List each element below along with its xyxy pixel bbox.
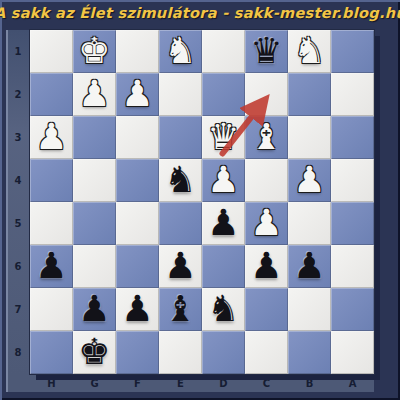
white-piece-B-c3[interactable]: ♝ [250,119,282,155]
square-b7[interactable] [288,288,331,331]
app-window: A sakk az Élet szimulátora - sakk-mester… [0,0,400,400]
rank-label-7: 7 [6,288,30,331]
square-e5[interactable] [159,202,202,245]
file-label-B: B [288,374,331,392]
file-label-C: C [245,374,288,392]
square-h2[interactable] [30,73,73,116]
square-e8[interactable] [159,331,202,374]
square-h4[interactable] [30,159,73,202]
black-piece-P-g7[interactable]: ♟ [78,291,110,327]
square-c4[interactable] [245,159,288,202]
file-label-G: G [73,374,116,392]
rank-label-5: 5 [6,202,30,245]
black-piece-P-c6[interactable]: ♟ [250,248,282,284]
square-b6[interactable]: ♟ [288,245,331,288]
white-piece-P-c5[interactable]: ♟ [250,205,282,241]
square-b3[interactable] [288,116,331,159]
rank-label-8: 8 [6,331,30,374]
black-piece-K-g8[interactable]: ♚ [78,334,110,370]
white-piece-N-b1[interactable]: ♞ [293,33,325,69]
square-g1[interactable]: ♚ [73,30,116,73]
white-piece-N-e1[interactable]: ♞ [164,33,196,69]
square-h6[interactable]: ♟ [30,245,73,288]
square-h8[interactable] [30,331,73,374]
square-d2[interactable] [202,73,245,116]
black-piece-P-f7[interactable]: ♟ [121,291,153,327]
square-h1[interactable] [30,30,73,73]
square-f4[interactable] [116,159,159,202]
square-b8[interactable] [288,331,331,374]
square-f8[interactable] [116,331,159,374]
square-f3[interactable] [116,116,159,159]
black-piece-P-d5[interactable]: ♟ [207,205,239,241]
square-c7[interactable] [245,288,288,331]
square-d3[interactable]: ♛ [202,116,245,159]
black-piece-P-b6[interactable]: ♟ [293,248,325,284]
square-a3[interactable] [331,116,374,159]
black-piece-N-d7[interactable]: ♞ [207,291,239,327]
board-corner [6,374,30,392]
square-e2[interactable] [159,73,202,116]
square-g8[interactable]: ♚ [73,331,116,374]
square-d5[interactable]: ♟ [202,202,245,245]
square-g6[interactable] [73,245,116,288]
square-d6[interactable] [202,245,245,288]
square-f6[interactable] [116,245,159,288]
square-e6[interactable]: ♟ [159,245,202,288]
chess-board: ♚♞♛♞♟♟♟♛♝♞♟♟♟♟♟♟♟♟♟♟♝♞♚ [30,30,374,374]
square-e3[interactable] [159,116,202,159]
white-piece-P-h3[interactable]: ♟ [35,119,67,155]
file-label-F: F [116,374,159,392]
square-d7[interactable]: ♞ [202,288,245,331]
square-f1[interactable] [116,30,159,73]
square-e7[interactable]: ♝ [159,288,202,331]
square-c5[interactable]: ♟ [245,202,288,245]
file-labels: HGFEDCBA [30,374,374,392]
rank-label-2: 2 [6,73,30,116]
square-a4[interactable] [331,159,374,202]
square-h7[interactable] [30,288,73,331]
black-piece-N-e4[interactable]: ♞ [164,162,196,198]
square-a6[interactable] [331,245,374,288]
square-d1[interactable] [202,30,245,73]
square-a2[interactable] [331,73,374,116]
square-f5[interactable] [116,202,159,245]
file-label-H: H [30,374,73,392]
rank-label-3: 3 [6,116,30,159]
square-c1[interactable]: ♛ [245,30,288,73]
white-piece-Q-d3[interactable]: ♛ [207,119,239,155]
square-e4[interactable]: ♞ [159,159,202,202]
black-piece-Q-c1[interactable]: ♛ [250,33,282,69]
square-c3[interactable]: ♝ [245,116,288,159]
white-piece-P-b4[interactable]: ♟ [293,162,325,198]
square-c6[interactable]: ♟ [245,245,288,288]
square-c2[interactable] [245,73,288,116]
square-d4[interactable]: ♟ [202,159,245,202]
square-c8[interactable] [245,331,288,374]
rank-label-6: 6 [6,245,30,288]
square-b4[interactable]: ♟ [288,159,331,202]
square-a7[interactable] [331,288,374,331]
white-piece-P-f2[interactable]: ♟ [121,76,153,112]
square-a1[interactable] [331,30,374,73]
black-piece-B-e7[interactable]: ♝ [164,291,196,327]
file-label-A: A [331,374,374,392]
square-g3[interactable] [73,116,116,159]
file-label-E: E [159,374,202,392]
square-f7[interactable]: ♟ [116,288,159,331]
square-h5[interactable] [30,202,73,245]
square-b1[interactable]: ♞ [288,30,331,73]
square-g5[interactable] [73,202,116,245]
square-b2[interactable] [288,73,331,116]
square-h3[interactable]: ♟ [30,116,73,159]
square-g4[interactable] [73,159,116,202]
page-title: A sakk az Élet szimulátora - sakk-mester… [0,5,400,21]
black-piece-P-h6[interactable]: ♟ [35,248,67,284]
square-d8[interactable] [202,331,245,374]
file-label-D: D [202,374,245,392]
square-g7[interactable]: ♟ [73,288,116,331]
square-e1[interactable]: ♞ [159,30,202,73]
black-piece-P-e6[interactable]: ♟ [164,248,196,284]
rank-label-1: 1 [6,30,30,73]
square-a8[interactable] [331,331,374,374]
square-a5[interactable] [331,202,374,245]
rank-label-4: 4 [6,159,30,202]
square-b5[interactable] [288,202,331,245]
white-piece-K-g1[interactable]: ♚ [78,33,110,69]
square-f2[interactable]: ♟ [116,73,159,116]
rank-labels: 12345678 [6,30,30,374]
title-bar: A sakk az Élet szimulátora - sakk-mester… [0,0,400,26]
square-g2[interactable]: ♟ [73,73,116,116]
white-piece-P-g2[interactable]: ♟ [78,76,110,112]
white-piece-P-d4[interactable]: ♟ [207,162,239,198]
